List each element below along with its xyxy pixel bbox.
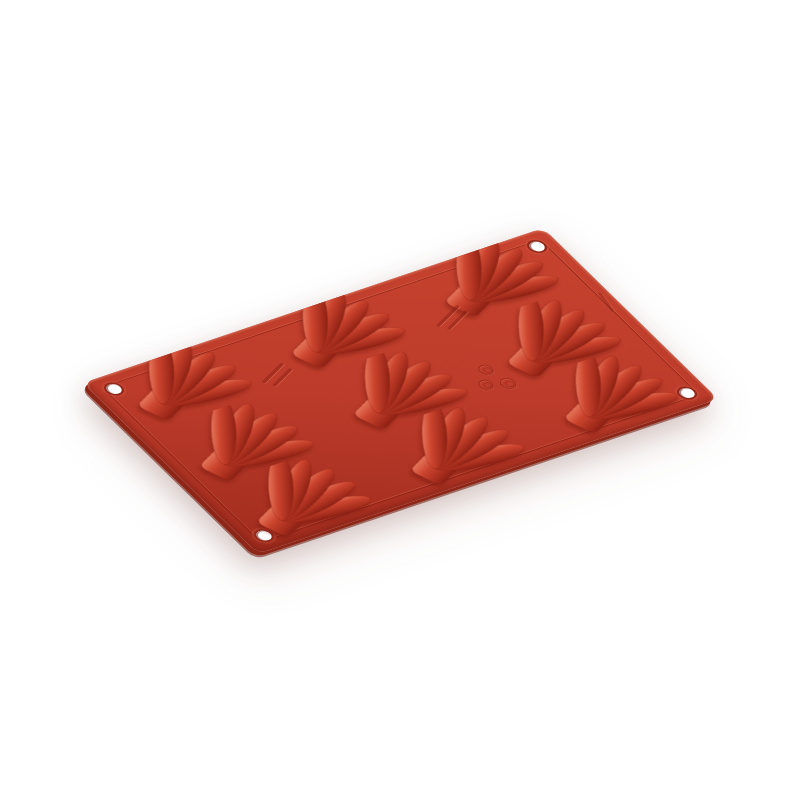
- mould-shadow-wrap: [0, 0, 800, 800]
- shell-icon: [244, 274, 437, 377]
- hanging-hole-right-corner: [673, 384, 701, 401]
- hanging-hole-left-corner: [100, 380, 128, 397]
- cavity-grid: [83, 228, 543, 383]
- silicone-mould-tray: [83, 228, 718, 554]
- madeleine-cavity-r1-c3: [398, 228, 591, 325]
- shell-icon: [210, 442, 403, 545]
- hanging-hole-top-corner: [523, 238, 551, 255]
- madeleine-cavity-r1-c1: [90, 325, 283, 428]
- madeleine-cavity-r1-c2: [244, 274, 437, 377]
- madeleine-cavity-r2-c1: [152, 386, 345, 489]
- madeleine-cavity-r3-c2: [363, 390, 556, 493]
- certification-stamp-icon: [475, 363, 497, 376]
- certification-stamp-icon: [475, 378, 497, 391]
- hanging-hole-bottom-corner: [250, 527, 278, 544]
- certification-stamp-icon: [496, 376, 519, 390]
- rim-groove-line: [101, 239, 699, 543]
- embossed-edge-mark: [597, 292, 614, 312]
- shell-icon: [152, 386, 345, 489]
- madeleine-cavity-r2-c2: [306, 334, 499, 437]
- shell-icon: [398, 228, 591, 325]
- shell-icon: [363, 390, 556, 493]
- shell-icon: [90, 325, 283, 428]
- shell-icon: [306, 334, 499, 437]
- madeleine-cavity-r3-c1: [210, 442, 403, 545]
